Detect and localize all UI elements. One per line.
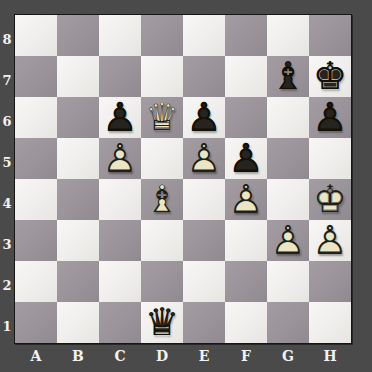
square-f2[interactable]: [225, 261, 267, 302]
square-e7[interactable]: [183, 56, 225, 97]
white-king-piece[interactable]: ♚♔: [309, 179, 351, 220]
square-h5[interactable]: [309, 138, 351, 179]
square-c3[interactable]: [99, 220, 141, 261]
rank-label-3: 3: [0, 220, 14, 261]
square-h8[interactable]: [309, 15, 351, 56]
square-f6[interactable]: [225, 97, 267, 138]
file-label-f: F: [225, 346, 267, 366]
rank-label-1: 1: [0, 302, 14, 343]
square-e1[interactable]: [183, 302, 225, 343]
square-g6[interactable]: [267, 97, 309, 138]
white-pawn-piece[interactable]: ♟♙: [183, 138, 225, 179]
square-e8[interactable]: [183, 15, 225, 56]
square-a4[interactable]: [15, 179, 57, 220]
square-f1[interactable]: [225, 302, 267, 343]
square-e2[interactable]: [183, 261, 225, 302]
file-label-d: D: [141, 346, 183, 366]
square-b4[interactable]: [57, 179, 99, 220]
file-label-a: A: [15, 346, 57, 366]
white-pawn-outline: ♙: [183, 138, 225, 179]
black-pawn-outline: ♙: [183, 97, 225, 138]
square-c4[interactable]: [99, 179, 141, 220]
square-h3[interactable]: ♟♙: [309, 220, 351, 261]
white-pawn-outline: ♙: [267, 220, 309, 261]
chess-board: ♝♗♚♔♟♙♛♕♟♙♟♙♟♙♟♙♟♙♝♗♟♙♚♔♟♙♟♙♛♕: [14, 14, 352, 344]
white-pawn-piece[interactable]: ♟♙: [99, 138, 141, 179]
square-a6[interactable]: [15, 97, 57, 138]
black-pawn-outline: ♙: [309, 97, 351, 138]
square-e6[interactable]: ♟♙: [183, 97, 225, 138]
square-c6[interactable]: ♟♙: [99, 97, 141, 138]
square-g3[interactable]: ♟♙: [267, 220, 309, 261]
square-a2[interactable]: [15, 261, 57, 302]
file-labels: ABCDEFGH: [15, 346, 351, 366]
rank-label-5: 5: [0, 138, 14, 179]
square-h1[interactable]: [309, 302, 351, 343]
square-g4[interactable]: [267, 179, 309, 220]
square-g1[interactable]: [267, 302, 309, 343]
black-pawn-piece[interactable]: ♟♙: [225, 138, 267, 179]
black-pawn-outline: ♙: [99, 97, 141, 138]
file-label-g: G: [267, 346, 309, 366]
square-h7[interactable]: ♚♔: [309, 56, 351, 97]
square-d6[interactable]: ♛♕: [141, 97, 183, 138]
square-g2[interactable]: [267, 261, 309, 302]
white-queen-piece[interactable]: ♛♕: [141, 97, 183, 138]
square-d4[interactable]: ♝♗: [141, 179, 183, 220]
rank-labels: 87654321: [0, 15, 14, 343]
white-bishop-outline: ♗: [141, 179, 183, 220]
white-pawn-piece[interactable]: ♟♙: [267, 220, 309, 261]
square-c2[interactable]: [99, 261, 141, 302]
square-b5[interactable]: [57, 138, 99, 179]
black-pawn-piece[interactable]: ♟♙: [99, 97, 141, 138]
black-queen-outline: ♕: [141, 302, 183, 343]
square-g5[interactable]: [267, 138, 309, 179]
file-label-b: B: [57, 346, 99, 366]
rank-label-7: 7: [0, 56, 14, 97]
rank-label-4: 4: [0, 179, 14, 220]
white-pawn-outline: ♙: [99, 138, 141, 179]
square-a3[interactable]: [15, 220, 57, 261]
square-f5[interactable]: ♟♙: [225, 138, 267, 179]
file-label-e: E: [183, 346, 225, 366]
white-queen-outline: ♕: [141, 97, 183, 138]
square-f7[interactable]: [225, 56, 267, 97]
black-queen-piece[interactable]: ♛♕: [141, 302, 183, 343]
square-b7[interactable]: [57, 56, 99, 97]
square-h4[interactable]: ♚♔: [309, 179, 351, 220]
white-pawn-outline: ♙: [225, 179, 267, 220]
square-c8[interactable]: [99, 15, 141, 56]
square-b3[interactable]: [57, 220, 99, 261]
rank-label-6: 6: [0, 97, 14, 138]
square-d8[interactable]: [141, 15, 183, 56]
square-b6[interactable]: [57, 97, 99, 138]
black-pawn-piece[interactable]: ♟♙: [309, 97, 351, 138]
white-bishop-piece[interactable]: ♝♗: [141, 179, 183, 220]
square-d2[interactable]: [141, 261, 183, 302]
square-c5[interactable]: ♟♙: [99, 138, 141, 179]
file-label-c: C: [99, 346, 141, 366]
rank-label-8: 8: [0, 15, 14, 56]
square-a8[interactable]: [15, 15, 57, 56]
square-e3[interactable]: [183, 220, 225, 261]
black-bishop-piece[interactable]: ♝♗: [267, 56, 309, 97]
rank-label-2: 2: [0, 261, 14, 302]
square-d3[interactable]: [141, 220, 183, 261]
white-pawn-outline: ♙: [309, 220, 351, 261]
square-a5[interactable]: [15, 138, 57, 179]
square-c7[interactable]: [99, 56, 141, 97]
black-bishop-outline: ♗: [267, 56, 309, 97]
white-king-outline: ♔: [309, 179, 351, 220]
square-d7[interactable]: [141, 56, 183, 97]
board-frame: 87654321 ♝♗♚♔♟♙♛♕♟♙♟♙♟♙♟♙♟♙♝♗♟♙♚♔♟♙♟♙♛♕ …: [0, 0, 372, 372]
square-b1[interactable]: [57, 302, 99, 343]
black-king-piece[interactable]: ♚♔: [309, 56, 351, 97]
white-pawn-piece[interactable]: ♟♙: [309, 220, 351, 261]
black-pawn-outline: ♙: [225, 138, 267, 179]
square-g7[interactable]: ♝♗: [267, 56, 309, 97]
square-f3[interactable]: [225, 220, 267, 261]
square-e5[interactable]: ♟♙: [183, 138, 225, 179]
square-d1[interactable]: ♛♕: [141, 302, 183, 343]
square-g8[interactable]: [267, 15, 309, 56]
square-h6[interactable]: ♟♙: [309, 97, 351, 138]
square-e4[interactable]: [183, 179, 225, 220]
square-h2[interactable]: [309, 261, 351, 302]
black-pawn-piece[interactable]: ♟♙: [183, 97, 225, 138]
square-b8[interactable]: [57, 15, 99, 56]
square-b2[interactable]: [57, 261, 99, 302]
square-d5[interactable]: [141, 138, 183, 179]
black-king-outline: ♔: [309, 56, 351, 97]
square-f8[interactable]: [225, 15, 267, 56]
square-a7[interactable]: [15, 56, 57, 97]
square-c1[interactable]: [99, 302, 141, 343]
file-label-h: H: [309, 346, 351, 366]
square-f4[interactable]: ♟♙: [225, 179, 267, 220]
white-pawn-piece[interactable]: ♟♙: [225, 179, 267, 220]
square-a1[interactable]: [15, 302, 57, 343]
